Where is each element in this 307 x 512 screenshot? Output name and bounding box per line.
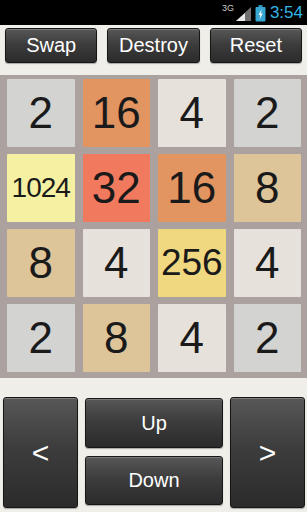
board: 216421024321688425642842 — [0, 75, 307, 378]
tile-r4c4[interactable]: 2 — [234, 304, 302, 372]
tile-r1c1[interactable]: 2 — [7, 79, 75, 147]
tile-r3c1[interactable]: 8 — [7, 229, 75, 297]
destroy-button[interactable]: Destroy — [107, 28, 199, 63]
tile-r4c3[interactable]: 4 — [158, 304, 226, 372]
tile-r4c1[interactable]: 2 — [7, 304, 75, 372]
tile-r1c3[interactable]: 4 — [158, 79, 226, 147]
tile-r2c3[interactable]: 16 — [158, 154, 226, 222]
status-bar: 3G 3:54 — [0, 0, 307, 25]
tile-r1c4[interactable]: 2 — [234, 79, 302, 147]
tile-r4c2[interactable]: 8 — [83, 304, 151, 372]
swap-button[interactable]: Swap — [5, 28, 97, 63]
battery-charging-icon — [255, 5, 266, 22]
reset-button[interactable]: Reset — [210, 28, 302, 63]
status-clock: 3:54 — [270, 3, 303, 23]
tile-r2c4[interactable]: 8 — [234, 154, 302, 222]
app-screen: 3G 3:54 Swap Destroy Reset 2164210243216… — [0, 0, 307, 512]
top-toolbar: Swap Destroy Reset — [0, 28, 307, 63]
board-grid: 216421024321688425642842 — [0, 75, 307, 378]
move-down-button[interactable]: Down — [85, 456, 223, 505]
tile-r2c1[interactable]: 1024 — [7, 154, 75, 222]
tile-r3c2[interactable]: 4 — [83, 229, 151, 297]
tile-r3c4[interactable]: 4 — [234, 229, 302, 297]
move-right-button[interactable]: > — [230, 397, 305, 508]
tile-r3c3[interactable]: 256 — [158, 229, 226, 297]
tile-r1c2[interactable]: 16 — [83, 79, 151, 147]
signal-strength-icon — [236, 7, 251, 21]
network-type-label: 3G — [222, 4, 234, 13]
tile-r2c2[interactable]: 32 — [83, 154, 151, 222]
move-up-button[interactable]: Up — [85, 398, 223, 448]
bottom-controls: < Up Down > — [0, 378, 307, 512]
move-left-button[interactable]: < — [3, 397, 78, 508]
